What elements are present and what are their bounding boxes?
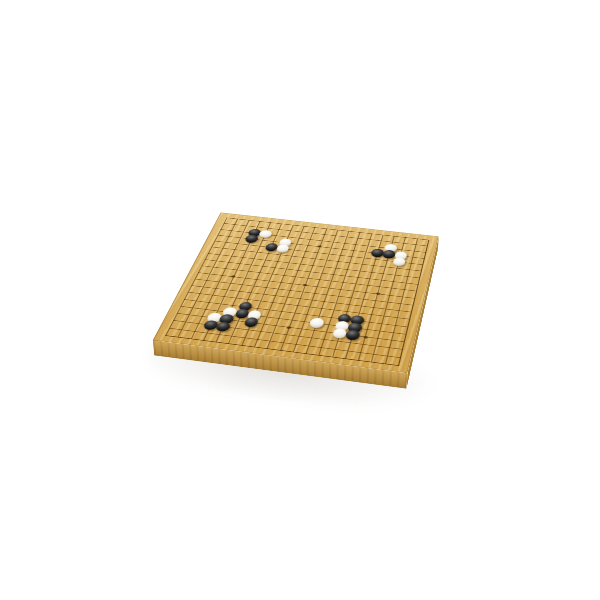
stone-black <box>347 322 363 333</box>
stone-black <box>237 301 253 311</box>
go-board-scene <box>153 213 439 374</box>
stone-white <box>246 310 263 321</box>
stone-white <box>332 328 348 339</box>
stone-white <box>221 307 238 318</box>
stone-black <box>202 320 219 331</box>
stone-black <box>218 314 235 325</box>
stone-white <box>334 321 350 332</box>
hoshi-point <box>286 326 291 329</box>
stone-black <box>215 321 232 332</box>
stone-black <box>337 313 353 324</box>
stone-black <box>345 330 361 341</box>
board-grid <box>165 218 429 366</box>
stone-white <box>206 312 223 323</box>
hoshi-point <box>211 317 216 320</box>
product-photo-canvas <box>0 0 600 600</box>
hoshi-point <box>363 335 368 338</box>
hoshi-point <box>375 292 380 295</box>
stone-black <box>234 308 251 319</box>
stone-white <box>309 317 325 328</box>
stone-black <box>243 317 260 328</box>
stone-black <box>349 315 365 326</box>
hoshi-point <box>303 284 308 287</box>
